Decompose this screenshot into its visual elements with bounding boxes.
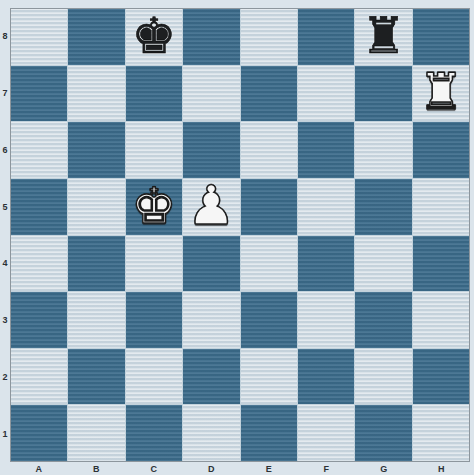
white-pawn[interactable]: ♟ (187, 179, 235, 233)
square-c5[interactable]: ♚ (126, 179, 182, 235)
square-h6[interactable] (413, 122, 469, 178)
square-d1[interactable] (183, 405, 239, 461)
white-rook[interactable]: ♜ (418, 67, 463, 117)
square-h8[interactable] (413, 9, 469, 65)
square-e3[interactable] (241, 292, 297, 348)
square-f1[interactable] (298, 405, 354, 461)
square-f2[interactable] (298, 349, 354, 405)
black-rook[interactable]: ♜ (361, 11, 406, 61)
file-label-d: D (183, 462, 241, 475)
file-label-b: B (68, 462, 126, 475)
square-h5[interactable] (413, 179, 469, 235)
square-h4[interactable] (413, 236, 469, 292)
square-b8[interactable] (68, 9, 124, 65)
square-e7[interactable] (241, 66, 297, 122)
square-g3[interactable] (355, 292, 411, 348)
rank-label-3: 3 (0, 292, 10, 349)
square-a5[interactable] (11, 179, 67, 235)
square-b2[interactable] (68, 349, 124, 405)
square-c7[interactable] (126, 66, 182, 122)
square-a3[interactable] (11, 292, 67, 348)
white-king[interactable]: ♚ (132, 181, 177, 231)
square-f7[interactable] (298, 66, 354, 122)
square-g2[interactable] (355, 349, 411, 405)
rank-label-2: 2 (0, 349, 10, 406)
square-a6[interactable] (11, 122, 67, 178)
square-e5[interactable] (241, 179, 297, 235)
square-h7[interactable]: ♜ (413, 66, 469, 122)
square-c3[interactable] (126, 292, 182, 348)
square-e4[interactable] (241, 236, 297, 292)
square-f4[interactable] (298, 236, 354, 292)
file-label-c: C (125, 462, 183, 475)
rank-label-1: 1 (0, 405, 10, 462)
square-a2[interactable] (11, 349, 67, 405)
rank-label-7: 7 (0, 65, 10, 122)
square-d4[interactable] (183, 236, 239, 292)
square-f8[interactable] (298, 9, 354, 65)
file-label-f: F (298, 462, 356, 475)
square-g7[interactable] (355, 66, 411, 122)
square-b3[interactable] (68, 292, 124, 348)
square-g1[interactable] (355, 405, 411, 461)
square-e6[interactable] (241, 122, 297, 178)
square-d7[interactable] (183, 66, 239, 122)
square-f3[interactable] (298, 292, 354, 348)
square-b1[interactable] (68, 405, 124, 461)
square-g6[interactable] (355, 122, 411, 178)
square-b6[interactable] (68, 122, 124, 178)
rank-label-5: 5 (0, 178, 10, 235)
square-d6[interactable] (183, 122, 239, 178)
square-c1[interactable] (126, 405, 182, 461)
square-b4[interactable] (68, 236, 124, 292)
square-e8[interactable] (241, 9, 297, 65)
square-f6[interactable] (298, 122, 354, 178)
chess-diagram: 87654321 ♚♜♜♚♟ ABCDEFGH (0, 0, 474, 475)
black-king[interactable]: ♚ (132, 11, 177, 61)
square-g4[interactable] (355, 236, 411, 292)
square-a1[interactable] (11, 405, 67, 461)
square-g5[interactable] (355, 179, 411, 235)
square-a4[interactable] (11, 236, 67, 292)
square-e2[interactable] (241, 349, 297, 405)
rank-labels: 87654321 (0, 8, 10, 462)
square-d3[interactable] (183, 292, 239, 348)
rank-label-4: 4 (0, 235, 10, 292)
file-label-g: G (355, 462, 413, 475)
file-label-a: A (10, 462, 68, 475)
square-a7[interactable] (11, 66, 67, 122)
square-e1[interactable] (241, 405, 297, 461)
file-label-h: H (413, 462, 471, 475)
square-b7[interactable] (68, 66, 124, 122)
rank-label-6: 6 (0, 122, 10, 179)
file-label-e: E (240, 462, 298, 475)
square-c6[interactable] (126, 122, 182, 178)
rank-label-8: 8 (0, 8, 10, 65)
chess-board: ♚♜♜♚♟ (10, 8, 470, 462)
square-d2[interactable] (183, 349, 239, 405)
file-labels: ABCDEFGH (10, 462, 470, 475)
square-h3[interactable] (413, 292, 469, 348)
square-d8[interactable] (183, 9, 239, 65)
square-c8[interactable]: ♚ (126, 9, 182, 65)
square-a8[interactable] (11, 9, 67, 65)
square-h1[interactable] (413, 405, 469, 461)
square-c2[interactable] (126, 349, 182, 405)
square-h2[interactable] (413, 349, 469, 405)
square-c4[interactable] (126, 236, 182, 292)
square-f5[interactable] (298, 179, 354, 235)
square-d5[interactable]: ♟ (183, 179, 239, 235)
square-b5[interactable] (68, 179, 124, 235)
square-g8[interactable]: ♜ (355, 9, 411, 65)
